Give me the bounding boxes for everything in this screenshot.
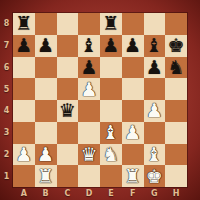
rank-label-5: 5	[0, 78, 13, 100]
piece-black-pawn-a7[interactable]: ♟	[15, 36, 32, 55]
chess-board-frame: 87654321 ABCDEFGH ♜♜♟♟♝♟♟♝♚♟♟♞♟♛♟♝♟♟♟♛♞♝…	[0, 0, 200, 200]
piece-black-pawn-b7[interactable]: ♟	[37, 36, 54, 55]
piece-black-knight-h6[interactable]: ♞	[168, 57, 185, 76]
square-c3[interactable]	[57, 122, 79, 144]
square-h8[interactable]	[165, 13, 187, 35]
square-b8[interactable]	[35, 13, 57, 35]
square-g2[interactable]: ♝	[144, 144, 166, 166]
square-d8[interactable]	[78, 13, 100, 35]
square-c7[interactable]	[57, 35, 79, 57]
square-h6[interactable]: ♞	[165, 57, 187, 79]
piece-black-bishop-g7[interactable]: ♝	[146, 36, 163, 55]
square-h7[interactable]: ♚	[165, 35, 187, 57]
piece-white-pawn-g4[interactable]: ♟	[146, 101, 163, 120]
file-label-a: A	[13, 187, 35, 200]
piece-white-pawn-d5[interactable]: ♟	[81, 79, 98, 98]
piece-black-queen-c4[interactable]: ♛	[59, 101, 76, 120]
piece-white-bishop-g2[interactable]: ♝	[146, 144, 163, 163]
piece-black-pawn-d6[interactable]: ♟	[81, 57, 98, 76]
file-label-g: G	[144, 187, 166, 200]
square-e1[interactable]	[100, 165, 122, 187]
square-b5[interactable]	[35, 78, 57, 100]
square-e3[interactable]: ♝	[100, 122, 122, 144]
piece-black-rook-e8[interactable]: ♜	[102, 14, 119, 33]
square-a7[interactable]: ♟	[13, 35, 35, 57]
square-e4[interactable]	[100, 100, 122, 122]
square-g1[interactable]: ♚	[144, 165, 166, 187]
square-f1[interactable]: ♜	[122, 165, 144, 187]
square-a5[interactable]	[13, 78, 35, 100]
square-h1[interactable]	[165, 165, 187, 187]
square-e7[interactable]: ♟	[100, 35, 122, 57]
square-d3[interactable]	[78, 122, 100, 144]
square-e8[interactable]: ♜	[100, 13, 122, 35]
rank-label-6: 6	[0, 57, 13, 79]
square-h3[interactable]	[165, 122, 187, 144]
piece-black-pawn-f7[interactable]: ♟	[124, 36, 141, 55]
square-f8[interactable]	[122, 13, 144, 35]
rank-label-3: 3	[0, 122, 13, 144]
square-b4[interactable]	[35, 100, 57, 122]
file-label-b: B	[35, 187, 57, 200]
square-a6[interactable]	[13, 57, 35, 79]
rank-labels: 87654321	[0, 13, 13, 187]
square-g8[interactable]	[144, 13, 166, 35]
square-g6[interactable]: ♟	[144, 57, 166, 79]
piece-black-pawn-e7[interactable]: ♟	[102, 36, 119, 55]
square-d2[interactable]: ♛	[78, 144, 100, 166]
piece-white-knight-e2[interactable]: ♞	[102, 144, 119, 163]
square-b7[interactable]: ♟	[35, 35, 57, 57]
square-h4[interactable]	[165, 100, 187, 122]
square-a1[interactable]	[13, 165, 35, 187]
chess-board[interactable]: ♜♜♟♟♝♟♟♝♚♟♟♞♟♛♟♝♟♟♟♛♞♝♜♜♚	[13, 13, 187, 187]
square-d4[interactable]	[78, 100, 100, 122]
piece-black-bishop-d7[interactable]: ♝	[81, 36, 98, 55]
square-g7[interactable]: ♝	[144, 35, 166, 57]
file-label-e: E	[100, 187, 122, 200]
square-f2[interactable]	[122, 144, 144, 166]
rank-label-8: 8	[0, 13, 13, 35]
square-h5[interactable]	[165, 78, 187, 100]
square-e6[interactable]	[100, 57, 122, 79]
square-c2[interactable]	[57, 144, 79, 166]
rank-label-7: 7	[0, 35, 13, 57]
square-f7[interactable]: ♟	[122, 35, 144, 57]
piece-white-pawn-f3[interactable]: ♟	[124, 123, 141, 142]
square-e2[interactable]: ♞	[100, 144, 122, 166]
file-label-d: D	[78, 187, 100, 200]
square-d6[interactable]: ♟	[78, 57, 100, 79]
square-c1[interactable]	[57, 165, 79, 187]
square-d5[interactable]: ♟	[78, 78, 100, 100]
rank-label-4: 4	[0, 100, 13, 122]
square-f3[interactable]: ♟	[122, 122, 144, 144]
piece-white-pawn-b2[interactable]: ♟	[37, 144, 54, 163]
piece-black-pawn-g6[interactable]: ♟	[146, 57, 163, 76]
square-f6[interactable]	[122, 57, 144, 79]
piece-white-rook-f1[interactable]: ♜	[124, 166, 141, 185]
square-b6[interactable]	[35, 57, 57, 79]
file-labels: ABCDEFGH	[13, 187, 187, 200]
square-c8[interactable]	[57, 13, 79, 35]
square-a3[interactable]	[13, 122, 35, 144]
piece-white-queen-d2[interactable]: ♛	[81, 144, 98, 163]
piece-white-pawn-a2[interactable]: ♟	[15, 144, 32, 163]
rank-label-1: 1	[0, 165, 13, 187]
file-label-h: H	[165, 187, 187, 200]
square-d1[interactable]	[78, 165, 100, 187]
square-a4[interactable]	[13, 100, 35, 122]
piece-white-bishop-e3[interactable]: ♝	[102, 123, 119, 142]
file-label-f: F	[122, 187, 144, 200]
file-label-c: C	[57, 187, 79, 200]
piece-white-rook-b1[interactable]: ♜	[37, 166, 54, 185]
square-f4[interactable]	[122, 100, 144, 122]
square-a2[interactable]: ♟	[13, 144, 35, 166]
square-b2[interactable]: ♟	[35, 144, 57, 166]
square-a8[interactable]: ♜	[13, 13, 35, 35]
square-c4[interactable]: ♛	[57, 100, 79, 122]
square-c5[interactable]	[57, 78, 79, 100]
square-g3[interactable]	[144, 122, 166, 144]
piece-black-king-h7[interactable]: ♚	[168, 36, 185, 55]
square-g4[interactable]: ♟	[144, 100, 166, 122]
square-d7[interactable]: ♝	[78, 35, 100, 57]
square-f5[interactable]	[122, 78, 144, 100]
piece-white-king-g1[interactable]: ♚	[146, 166, 163, 185]
square-b1[interactable]: ♜	[35, 165, 57, 187]
rank-label-2: 2	[0, 144, 13, 166]
square-b3[interactable]	[35, 122, 57, 144]
square-h2[interactable]	[165, 144, 187, 166]
piece-black-rook-a8[interactable]: ♜	[15, 14, 32, 33]
square-c6[interactable]	[57, 57, 79, 79]
square-g5[interactable]	[144, 78, 166, 100]
square-e5[interactable]	[100, 78, 122, 100]
